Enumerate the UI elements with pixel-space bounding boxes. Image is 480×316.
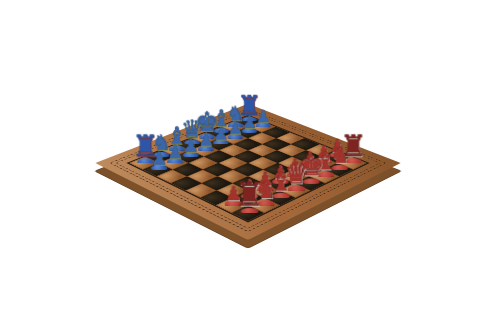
piece-blue-pawn-a7[interactable]: ♟ [146, 132, 172, 171]
piece-red-rook-a1[interactable]: ♜ [235, 172, 264, 214]
product-photo-stage: ♜♞♝♛♚♝♞♜♟♟♟♟♟♟♟♟♟♟♟♟♟♟♟♟♜♞♝♛♚♝♞♜ [0, 0, 480, 316]
rook-glyph: ♜ [234, 179, 264, 210]
chess-board: ♜♞♝♛♚♝♞♜♟♟♟♟♟♟♟♟♟♟♟♟♟♟♟♟♜♞♝♛♚♝♞♜ [95, 104, 400, 240]
pawn-glyph: ♟ [151, 150, 167, 167]
